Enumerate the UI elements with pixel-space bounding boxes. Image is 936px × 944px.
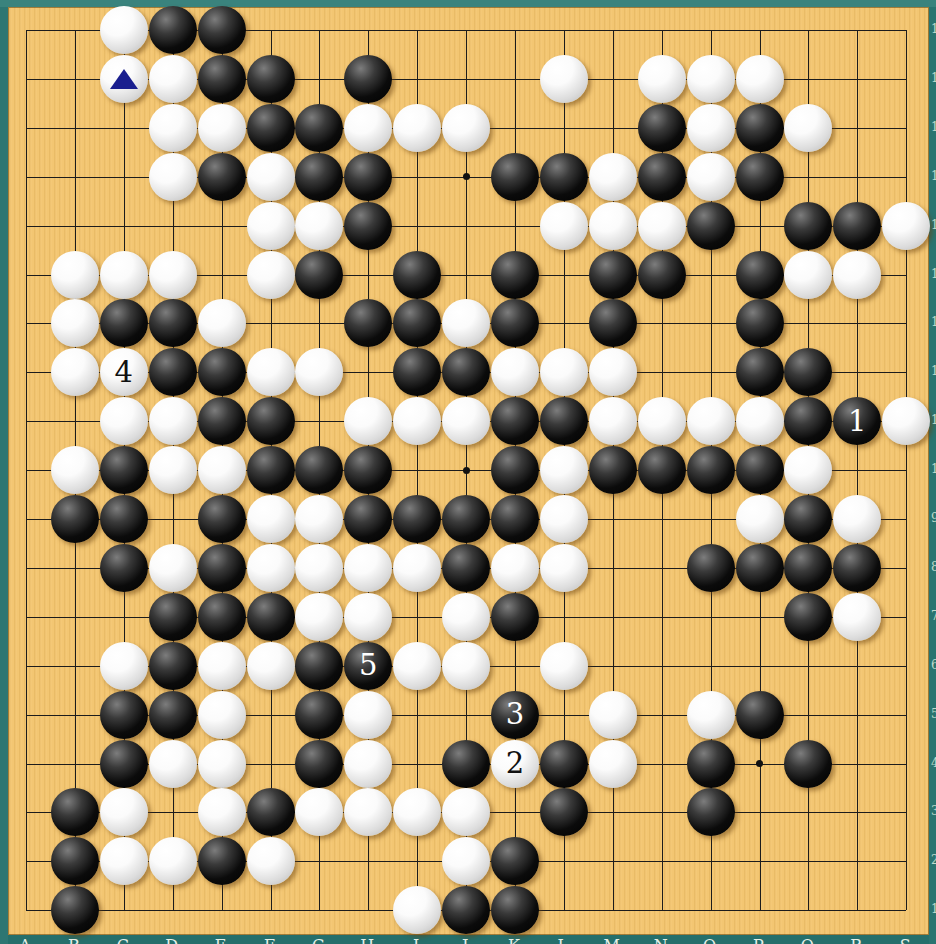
white-stone[interactable] — [589, 153, 637, 201]
black-stone[interactable] — [736, 153, 784, 201]
white-stone[interactable] — [393, 886, 441, 934]
white-stone[interactable] — [540, 544, 588, 592]
black-stone[interactable] — [247, 104, 295, 152]
black-stone[interactable] — [344, 495, 392, 543]
white-stone[interactable] — [540, 55, 588, 103]
black-stone[interactable] — [491, 837, 539, 885]
black-stone[interactable] — [833, 544, 881, 592]
white-stone[interactable] — [295, 202, 343, 250]
white-stone[interactable] — [540, 202, 588, 250]
white-stone[interactable] — [687, 397, 735, 445]
white-stone[interactable] — [442, 642, 490, 690]
black-stone[interactable] — [442, 495, 490, 543]
column-coordinate-label: J — [450, 936, 480, 944]
black-stone[interactable] — [540, 153, 588, 201]
black-stone[interactable] — [736, 544, 784, 592]
white-stone[interactable] — [638, 202, 686, 250]
black-stone[interactable] — [491, 397, 539, 445]
move-number-label: 1 — [833, 397, 881, 445]
white-stone[interactable] — [589, 740, 637, 788]
white-stone[interactable] — [442, 593, 490, 641]
black-stone[interactable] — [393, 348, 441, 396]
black-stone[interactable] — [491, 299, 539, 347]
white-stone[interactable] — [393, 642, 441, 690]
white-stone[interactable] — [736, 495, 784, 543]
black-stone[interactable] — [149, 299, 197, 347]
row-coordinate-label: 14 — [931, 267, 936, 281]
black-stone[interactable] — [736, 299, 784, 347]
grid-line-vertical — [906, 30, 907, 910]
black-stone[interactable] — [149, 348, 197, 396]
white-stone[interactable] — [344, 691, 392, 739]
white-stone[interactable] — [491, 544, 539, 592]
black-stone[interactable] — [247, 593, 295, 641]
white-stone[interactable] — [393, 544, 441, 592]
white-stone[interactable] — [198, 740, 246, 788]
white-stone[interactable] — [784, 446, 832, 494]
white-stone[interactable] — [540, 642, 588, 690]
black-stone[interactable] — [736, 104, 784, 152]
black-stone[interactable] — [295, 153, 343, 201]
white-stone[interactable] — [442, 788, 490, 836]
black-stone[interactable] — [344, 153, 392, 201]
white-stone[interactable] — [149, 397, 197, 445]
white-stone[interactable] — [589, 397, 637, 445]
black-stone[interactable] — [491, 251, 539, 299]
black-stone[interactable] — [198, 397, 246, 445]
black-stone[interactable] — [198, 837, 246, 885]
black-stone[interactable] — [833, 202, 881, 250]
star-point — [463, 467, 470, 474]
black-stone[interactable] — [198, 593, 246, 641]
black-stone[interactable] — [540, 740, 588, 788]
white-stone[interactable] — [51, 446, 99, 494]
black-stone[interactable] — [638, 251, 686, 299]
black-stone[interactable] — [736, 251, 784, 299]
white-stone[interactable] — [442, 104, 490, 152]
white-stone[interactable] — [149, 740, 197, 788]
window-left-edge — [0, 7, 8, 944]
white-stone[interactable] — [687, 55, 735, 103]
black-stone[interactable] — [736, 446, 784, 494]
white-stone[interactable] — [687, 104, 735, 152]
grid-line-vertical — [857, 30, 858, 910]
black-stone[interactable] — [100, 691, 148, 739]
black-stone[interactable] — [393, 299, 441, 347]
white-stone[interactable] — [393, 104, 441, 152]
window-top-edge — [0, 0, 936, 7]
white-stone[interactable] — [295, 348, 343, 396]
row-coordinate-label: 1 — [931, 902, 936, 916]
white-stone[interactable] — [198, 788, 246, 836]
white-stone[interactable] — [149, 104, 197, 152]
white-stone[interactable] — [442, 397, 490, 445]
white-stone[interactable] — [344, 544, 392, 592]
black-stone[interactable] — [687, 544, 735, 592]
black-stone[interactable] — [784, 202, 832, 250]
white-stone[interactable] — [100, 6, 148, 54]
white-stone[interactable] — [198, 104, 246, 152]
black-stone[interactable] — [100, 299, 148, 347]
black-stone[interactable] — [638, 446, 686, 494]
white-stone[interactable] — [295, 544, 343, 592]
black-stone[interactable] — [784, 348, 832, 396]
row-coordinate-label: 8 — [931, 560, 936, 574]
row-coordinate-label: 10 — [931, 462, 936, 476]
row-coordinate-label: 9 — [931, 511, 936, 525]
white-stone[interactable] — [100, 642, 148, 690]
white-stone[interactable] — [149, 446, 197, 494]
white-stone[interactable] — [638, 55, 686, 103]
move-number-label: 2 — [491, 740, 539, 788]
black-stone[interactable] — [295, 691, 343, 739]
black-stone[interactable] — [736, 348, 784, 396]
white-stone[interactable] — [149, 251, 197, 299]
black-stone[interactable] — [51, 886, 99, 934]
white-stone[interactable] — [491, 348, 539, 396]
black-stone[interactable] — [149, 691, 197, 739]
row-coordinate-label: 18 — [931, 71, 936, 85]
go-board[interactable]: 12345 — [8, 7, 929, 935]
black-stone[interactable] — [687, 788, 735, 836]
white-stone[interactable] — [833, 251, 881, 299]
white-stone[interactable] — [100, 788, 148, 836]
black-stone[interactable] — [784, 740, 832, 788]
black-stone[interactable] — [149, 642, 197, 690]
black-stone[interactable] — [344, 55, 392, 103]
column-coordinate-label: Q — [792, 936, 822, 944]
black-stone[interactable] — [687, 446, 735, 494]
column-coordinate-label: N — [646, 936, 676, 944]
black-stone[interactable] — [295, 251, 343, 299]
row-coordinate-label: 7 — [931, 609, 936, 623]
column-coordinate-label: E — [206, 936, 236, 944]
white-stone[interactable] — [589, 202, 637, 250]
white-stone[interactable] — [540, 348, 588, 396]
black-stone[interactable] — [198, 544, 246, 592]
black-stone[interactable] — [784, 397, 832, 445]
white-stone[interactable] — [295, 593, 343, 641]
black-stone[interactable] — [442, 740, 490, 788]
row-coordinate-label: 11 — [931, 413, 936, 427]
black-stone[interactable] — [247, 55, 295, 103]
black-stone[interactable] — [442, 544, 490, 592]
column-coordinate-label: S — [890, 936, 920, 944]
white-stone[interactable] — [638, 397, 686, 445]
column-coordinate-label: P — [744, 936, 774, 944]
white-stone[interactable] — [784, 104, 832, 152]
black-stone[interactable] — [295, 446, 343, 494]
black-stone[interactable] — [442, 348, 490, 396]
black-stone[interactable] — [589, 446, 637, 494]
black-stone[interactable] — [393, 495, 441, 543]
white-stone[interactable] — [100, 251, 148, 299]
white-stone[interactable] — [784, 251, 832, 299]
black-stone[interactable] — [344, 202, 392, 250]
black-stone[interactable] — [491, 593, 539, 641]
white-stone[interactable] — [295, 495, 343, 543]
white-stone[interactable] — [247, 495, 295, 543]
white-stone[interactable] — [247, 642, 295, 690]
white-stone[interactable] — [149, 837, 197, 885]
white-stone[interactable] — [687, 153, 735, 201]
row-coordinate-label: 19 — [931, 22, 936, 36]
move-number-label: 5 — [344, 642, 392, 690]
white-stone[interactable] — [100, 837, 148, 885]
black-stone[interactable] — [198, 153, 246, 201]
black-stone[interactable] — [198, 348, 246, 396]
black-stone[interactable] — [149, 593, 197, 641]
white-stone[interactable] — [247, 202, 295, 250]
black-stone[interactable] — [687, 202, 735, 250]
black-stone[interactable] — [491, 495, 539, 543]
black-stone[interactable] — [100, 544, 148, 592]
black-stone[interactable] — [442, 886, 490, 934]
black-stone[interactable] — [784, 495, 832, 543]
black-stone[interactable] — [736, 691, 784, 739]
white-stone[interactable] — [344, 397, 392, 445]
black-stone[interactable] — [100, 446, 148, 494]
white-stone[interactable] — [344, 788, 392, 836]
white-stone[interactable] — [882, 202, 930, 250]
black-stone[interactable] — [51, 788, 99, 836]
white-stone[interactable] — [247, 251, 295, 299]
white-stone[interactable] — [393, 788, 441, 836]
black-stone[interactable] — [295, 740, 343, 788]
black-stone[interactable] — [247, 788, 295, 836]
black-stone[interactable] — [540, 397, 588, 445]
star-point — [756, 760, 763, 767]
white-stone[interactable] — [198, 691, 246, 739]
white-stone[interactable] — [247, 348, 295, 396]
black-stone[interactable] — [198, 495, 246, 543]
white-stone[interactable] — [589, 691, 637, 739]
column-coordinate-label: B — [59, 936, 89, 944]
white-stone[interactable] — [149, 544, 197, 592]
black-stone[interactable] — [149, 6, 197, 54]
white-stone[interactable] — [344, 740, 392, 788]
black-stone[interactable] — [344, 446, 392, 494]
white-stone[interactable] — [393, 397, 441, 445]
black-stone[interactable] — [344, 299, 392, 347]
white-stone[interactable] — [833, 495, 881, 543]
column-coordinate-label: C — [108, 936, 138, 944]
white-stone[interactable] — [149, 55, 197, 103]
white-stone[interactable] — [833, 593, 881, 641]
white-stone[interactable] — [51, 299, 99, 347]
white-stone[interactable] — [198, 642, 246, 690]
black-stone[interactable] — [393, 251, 441, 299]
move-number-label: 3 — [491, 691, 539, 739]
white-stone[interactable] — [247, 544, 295, 592]
white-stone[interactable] — [198, 446, 246, 494]
row-coordinate-label: 12 — [931, 364, 936, 378]
white-stone[interactable] — [882, 397, 930, 445]
row-coordinate-label: 3 — [931, 804, 936, 818]
column-coordinate-label: L — [548, 936, 578, 944]
black-stone[interactable] — [100, 495, 148, 543]
column-coordinate-label: K — [499, 936, 529, 944]
black-stone[interactable] — [638, 153, 686, 201]
black-stone[interactable] — [247, 397, 295, 445]
white-stone[interactable] — [149, 153, 197, 201]
black-stone[interactable] — [247, 446, 295, 494]
white-stone[interactable] — [344, 593, 392, 641]
black-stone[interactable] — [198, 55, 246, 103]
white-stone[interactable] — [442, 299, 490, 347]
white-stone[interactable] — [51, 251, 99, 299]
star-point — [463, 173, 470, 180]
white-stone[interactable] — [247, 837, 295, 885]
white-stone[interactable] — [589, 348, 637, 396]
black-stone[interactable] — [589, 299, 637, 347]
row-coordinate-label: 4 — [931, 756, 936, 770]
row-coordinate-label: 17 — [931, 120, 936, 134]
white-stone[interactable] — [540, 446, 588, 494]
white-stone[interactable] — [100, 397, 148, 445]
white-stone[interactable] — [247, 153, 295, 201]
column-coordinate-label: H — [352, 936, 382, 944]
row-coordinate-label: 2 — [931, 853, 936, 867]
white-stone[interactable] — [295, 788, 343, 836]
column-coordinate-label: G — [303, 936, 333, 944]
black-stone[interactable] — [491, 153, 539, 201]
black-stone[interactable] — [198, 6, 246, 54]
black-stone[interactable] — [589, 251, 637, 299]
column-coordinate-label: O — [695, 936, 725, 944]
column-coordinate-label: A — [10, 936, 40, 944]
white-stone[interactable] — [736, 397, 784, 445]
black-stone[interactable] — [687, 740, 735, 788]
column-coordinate-label: F — [255, 936, 285, 944]
white-stone[interactable] — [736, 55, 784, 103]
column-coordinate-label: M — [597, 936, 627, 944]
row-coordinate-label: 5 — [931, 707, 936, 721]
move-number-label: 4 — [100, 348, 148, 396]
column-coordinate-label: D — [157, 936, 187, 944]
row-coordinate-label: 15 — [931, 218, 936, 232]
column-coordinate-label: I — [401, 936, 431, 944]
white-stone[interactable] — [344, 104, 392, 152]
black-stone[interactable] — [491, 886, 539, 934]
white-stone[interactable] — [51, 348, 99, 396]
go-app-window: 12345 ABCDEFGHIJKLMNOPQRS191817161514131… — [0, 0, 936, 944]
row-coordinate-label: 13 — [931, 315, 936, 329]
black-stone[interactable] — [491, 446, 539, 494]
black-stone[interactable] — [295, 642, 343, 690]
black-stone[interactable] — [784, 544, 832, 592]
white-stone[interactable] — [540, 495, 588, 543]
black-stone[interactable] — [100, 740, 148, 788]
white-stone[interactable] — [442, 837, 490, 885]
row-coordinate-label: 16 — [931, 169, 936, 183]
black-stone[interactable] — [784, 593, 832, 641]
black-stone[interactable] — [540, 788, 588, 836]
white-stone[interactable] — [198, 299, 246, 347]
black-stone[interactable] — [638, 104, 686, 152]
white-stone[interactable] — [687, 691, 735, 739]
row-coordinate-label: 6 — [931, 658, 936, 672]
black-stone[interactable] — [51, 495, 99, 543]
black-stone[interactable] — [295, 104, 343, 152]
black-stone[interactable] — [51, 837, 99, 885]
triangle-marker-icon — [110, 69, 138, 89]
column-coordinate-label: R — [841, 936, 871, 944]
